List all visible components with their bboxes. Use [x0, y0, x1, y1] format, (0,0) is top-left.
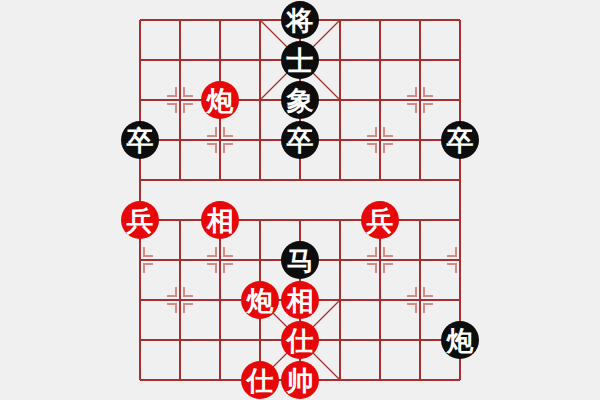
piece-red-general[interactable]: 帅 — [281, 361, 319, 399]
piece-black-elephant[interactable]: 象 — [281, 81, 319, 119]
piece-red-cannon[interactable]: 炮 — [201, 81, 239, 119]
piece-black-cannon[interactable]: 炮 — [441, 321, 479, 359]
piece-black-soldier[interactable]: 卒 — [121, 121, 159, 159]
piece-red-advisor[interactable]: 仕 — [241, 361, 279, 399]
piece-red-soldier[interactable]: 兵 — [121, 201, 159, 239]
piece-black-horse[interactable]: 马 — [281, 241, 319, 279]
piece-red-soldier[interactable]: 兵 — [361, 201, 399, 239]
piece-red-advisor[interactable]: 仕 — [281, 321, 319, 359]
piece-black-soldier[interactable]: 卒 — [441, 121, 479, 159]
xiangqi-board[interactable]: 将士炮象卒卒卒兵相兵马炮相仕炮仕帅 — [140, 20, 460, 380]
piece-red-cannon[interactable]: 炮 — [241, 281, 279, 319]
piece-black-general[interactable]: 将 — [281, 1, 319, 39]
page-background: 将士炮象卒卒卒兵相兵马炮相仕炮仕帅 — [0, 0, 600, 400]
piece-red-elephant[interactable]: 相 — [281, 281, 319, 319]
piece-black-soldier[interactable]: 卒 — [281, 121, 319, 159]
piece-red-elephant[interactable]: 相 — [201, 201, 239, 239]
piece-black-advisor[interactable]: 士 — [281, 41, 319, 79]
